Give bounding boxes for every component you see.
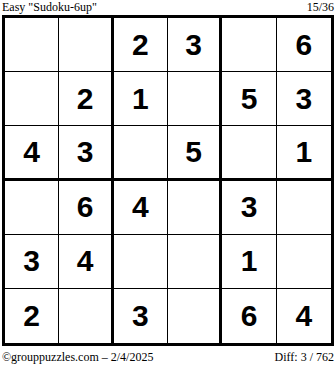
cell-r6c4-empty[interactable] bbox=[168, 289, 222, 343]
cell-r3c2-given: 3 bbox=[59, 126, 113, 180]
cell-r1c4-given: 3 bbox=[168, 18, 222, 72]
puzzle-counter: 15/36 bbox=[307, 0, 334, 14]
cell-r4c1-empty[interactable] bbox=[5, 181, 59, 235]
cell-r2c3-given: 1 bbox=[114, 72, 168, 126]
cell-r6c3-given: 3 bbox=[114, 289, 168, 343]
cell-r4c5-given: 3 bbox=[222, 181, 276, 235]
cell-r2c5-given: 5 bbox=[222, 72, 276, 126]
sudoku-board: 236215343516433412364 bbox=[2, 15, 334, 346]
puzzle-title: Easy "Sudoku-6up" bbox=[2, 0, 97, 14]
cell-r4c4-empty[interactable] bbox=[168, 181, 222, 235]
cell-r5c1-given: 3 bbox=[5, 235, 59, 289]
cell-r6c6-given: 4 bbox=[277, 289, 331, 343]
cell-r5c4-empty[interactable] bbox=[168, 235, 222, 289]
cell-r3c6-given: 1 bbox=[277, 126, 331, 180]
cell-r1c1-empty[interactable] bbox=[5, 18, 59, 72]
cell-r2c4-empty[interactable] bbox=[168, 72, 222, 126]
cell-r5c2-given: 4 bbox=[59, 235, 113, 289]
footer: ©grouppuzzles.com – 2/4/2025 Diff: 3 / 7… bbox=[2, 350, 334, 366]
cell-r6c5-given: 6 bbox=[222, 289, 276, 343]
cell-r5c6-empty[interactable] bbox=[277, 235, 331, 289]
cell-r2c1-empty[interactable] bbox=[5, 72, 59, 126]
cell-r3c1-given: 4 bbox=[5, 126, 59, 180]
cell-r5c5-given: 1 bbox=[222, 235, 276, 289]
cell-r4c2-given: 6 bbox=[59, 181, 113, 235]
header: Easy "Sudoku-6up" 15/36 bbox=[2, 0, 334, 14]
cell-r4c6-empty[interactable] bbox=[277, 181, 331, 235]
cell-r5c3-empty[interactable] bbox=[114, 235, 168, 289]
cell-r1c6-given: 6 bbox=[277, 18, 331, 72]
cell-r6c2-empty[interactable] bbox=[59, 289, 113, 343]
cell-r3c4-given: 5 bbox=[168, 126, 222, 180]
difficulty-text: Diff: 3 / 762 bbox=[275, 350, 334, 364]
cell-r1c5-empty[interactable] bbox=[222, 18, 276, 72]
cell-r2c2-given: 2 bbox=[59, 72, 113, 126]
cell-r6c1-given: 2 bbox=[5, 289, 59, 343]
cell-r3c5-empty[interactable] bbox=[222, 126, 276, 180]
cell-r1c2-empty[interactable] bbox=[59, 18, 113, 72]
copyright-text: ©grouppuzzles.com – 2/4/2025 bbox=[2, 350, 153, 364]
cell-r3c3-empty[interactable] bbox=[114, 126, 168, 180]
cell-r2c6-given: 3 bbox=[277, 72, 331, 126]
cell-r4c3-given: 4 bbox=[114, 181, 168, 235]
cell-r1c3-given: 2 bbox=[114, 18, 168, 72]
